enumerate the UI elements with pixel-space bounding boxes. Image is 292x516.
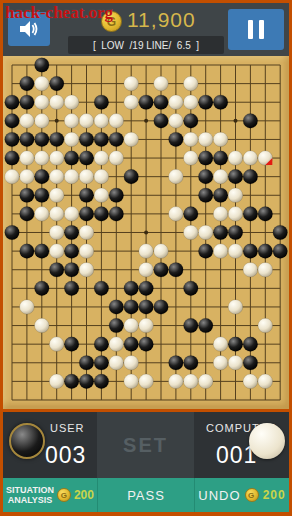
black-stone xyxy=(79,132,94,147)
star-point xyxy=(144,119,148,123)
white-stone xyxy=(154,76,169,91)
white-stone xyxy=(49,188,64,203)
undo-cost: 200 xyxy=(263,488,286,502)
black-stone xyxy=(5,95,20,110)
white-stone xyxy=(64,95,79,110)
pause-icon xyxy=(248,20,264,39)
white-stone xyxy=(94,114,109,129)
black-stone xyxy=(124,169,139,184)
black-stone xyxy=(139,337,154,352)
black-stone xyxy=(124,281,139,296)
white-stone xyxy=(79,244,94,259)
white-stone xyxy=(154,244,169,259)
white-stone-icon xyxy=(249,423,285,459)
go-board-grid[interactable] xyxy=(3,56,289,409)
go-board[interactable] xyxy=(3,56,289,409)
pause-button[interactable] xyxy=(228,9,284,50)
black-stone xyxy=(94,281,109,296)
black-stone xyxy=(35,244,50,259)
black-stone xyxy=(64,337,79,352)
coin-balance: 11,900 xyxy=(127,8,196,32)
black-stone xyxy=(273,225,288,240)
black-stone xyxy=(109,318,124,333)
black-stone xyxy=(184,207,199,222)
white-stone xyxy=(64,169,79,184)
black-stone xyxy=(243,207,258,222)
white-stone xyxy=(124,355,139,370)
black-stone xyxy=(79,374,94,389)
black-stone xyxy=(213,95,228,110)
white-stone xyxy=(124,132,139,147)
white-stone xyxy=(228,151,243,166)
black-stone xyxy=(20,95,35,110)
go-game-app: hack-cheat.org G 11,900 [ LOW /19 LINE/ … xyxy=(0,0,292,516)
black-stone xyxy=(49,76,64,91)
white-stone xyxy=(198,132,213,147)
white-stone xyxy=(109,337,124,352)
black-stone xyxy=(35,188,50,203)
black-stone xyxy=(154,262,169,277)
black-stone xyxy=(94,355,109,370)
black-stone xyxy=(5,151,20,166)
situation-analysis-label: SITUATION ANALYSIS xyxy=(6,485,54,505)
white-stone xyxy=(258,318,273,333)
white-stone xyxy=(213,169,228,184)
white-stone xyxy=(79,169,94,184)
black-stone xyxy=(64,244,79,259)
black-stone xyxy=(243,355,258,370)
game-settings-label: [ LOW /19 LINE/ 6.5 ] xyxy=(68,36,224,54)
white-stone xyxy=(20,300,35,315)
white-stone xyxy=(49,151,64,166)
black-stone xyxy=(169,355,184,370)
star-point xyxy=(144,230,148,234)
black-stone xyxy=(64,281,79,296)
black-stone xyxy=(243,169,258,184)
white-stone xyxy=(228,207,243,222)
white-stone xyxy=(49,337,64,352)
white-stone xyxy=(184,76,199,91)
user-score-section: USER 003 xyxy=(3,412,97,478)
white-stone xyxy=(35,151,50,166)
black-stone xyxy=(35,132,50,147)
user-label: USER xyxy=(50,422,85,434)
white-stone xyxy=(20,169,35,184)
white-stone xyxy=(35,95,50,110)
black-stone xyxy=(64,374,79,389)
white-stone xyxy=(139,262,154,277)
white-stone xyxy=(213,207,228,222)
white-stone xyxy=(124,318,139,333)
black-stone xyxy=(228,225,243,240)
black-stone xyxy=(169,262,184,277)
white-stone xyxy=(124,76,139,91)
black-stone xyxy=(198,151,213,166)
black-stone xyxy=(154,114,169,129)
black-stone xyxy=(243,337,258,352)
situation-analysis-cost: 200 xyxy=(74,488,94,502)
black-stone xyxy=(64,225,79,240)
undo-button[interactable]: UNDO G 200 xyxy=(194,478,289,512)
white-stone xyxy=(94,151,109,166)
black-stone xyxy=(258,207,273,222)
white-stone xyxy=(258,374,273,389)
black-stone xyxy=(198,169,213,184)
black-stone xyxy=(184,318,199,333)
black-stone xyxy=(184,355,199,370)
white-stone xyxy=(169,169,184,184)
white-stone xyxy=(35,207,50,222)
black-stone xyxy=(198,244,213,259)
white-stone xyxy=(169,114,184,129)
white-stone xyxy=(64,114,79,129)
white-stone xyxy=(213,132,228,147)
situation-analysis-button[interactable]: SITUATION ANALYSIS G 200 xyxy=(3,478,97,512)
black-stone xyxy=(184,281,199,296)
black-stone xyxy=(49,132,64,147)
white-stone xyxy=(243,151,258,166)
black-stone xyxy=(228,337,243,352)
black-stone xyxy=(124,337,139,352)
black-stone xyxy=(139,300,154,315)
black-stone xyxy=(94,374,109,389)
white-stone xyxy=(169,207,184,222)
white-stone xyxy=(228,244,243,259)
black-stone xyxy=(35,281,50,296)
white-stone xyxy=(20,114,35,129)
black-stone xyxy=(243,244,258,259)
white-stone xyxy=(198,225,213,240)
coin-icon: G xyxy=(245,488,259,502)
black-stone xyxy=(198,95,213,110)
black-stone xyxy=(169,132,184,147)
white-stone xyxy=(213,337,228,352)
black-stone xyxy=(5,225,20,240)
white-stone xyxy=(64,132,79,147)
black-stone xyxy=(79,188,94,203)
black-stone xyxy=(94,207,109,222)
black-stone xyxy=(64,151,79,166)
white-stone xyxy=(258,262,273,277)
black-stone xyxy=(213,188,228,203)
white-stone xyxy=(49,95,64,110)
black-stone xyxy=(109,207,124,222)
white-stone xyxy=(243,374,258,389)
black-stone xyxy=(154,300,169,315)
black-stone xyxy=(49,262,64,277)
black-stone xyxy=(20,76,35,91)
black-stone xyxy=(64,262,79,277)
black-stone xyxy=(109,300,124,315)
white-stone xyxy=(109,114,124,129)
watermark-text: hack-cheat.org xyxy=(5,3,113,23)
star-point xyxy=(55,119,59,123)
black-stone xyxy=(258,244,273,259)
white-stone xyxy=(139,244,154,259)
pass-label: PASS xyxy=(127,488,165,503)
black-stone xyxy=(198,188,213,203)
white-stone xyxy=(139,318,154,333)
white-stone xyxy=(20,151,35,166)
black-stone xyxy=(109,132,124,147)
black-stone xyxy=(5,114,20,129)
black-stone xyxy=(154,95,169,110)
black-stone xyxy=(139,95,154,110)
black-stone xyxy=(273,244,288,259)
black-stone xyxy=(79,151,94,166)
white-stone xyxy=(213,355,228,370)
white-stone xyxy=(184,225,199,240)
white-stone xyxy=(94,169,109,184)
white-stone xyxy=(184,151,199,166)
black-stone xyxy=(198,318,213,333)
black-stone xyxy=(20,244,35,259)
white-stone xyxy=(79,225,94,240)
black-stone xyxy=(79,355,94,370)
user-capture-count: 003 xyxy=(45,442,86,469)
white-stone xyxy=(228,355,243,370)
black-stone xyxy=(20,207,35,222)
black-stone xyxy=(109,188,124,203)
white-stone xyxy=(124,374,139,389)
black-stone xyxy=(213,225,228,240)
white-stone xyxy=(5,169,20,184)
computer-score-section: COMPUTER 001 xyxy=(194,412,289,478)
white-stone xyxy=(228,300,243,315)
black-stone xyxy=(94,95,109,110)
black-stone xyxy=(228,169,243,184)
white-stone xyxy=(49,374,64,389)
pass-button[interactable]: PASS xyxy=(97,478,194,512)
black-stone xyxy=(139,281,154,296)
white-stone xyxy=(109,151,124,166)
white-stone xyxy=(184,132,199,147)
black-stone xyxy=(213,151,228,166)
black-stone-icon xyxy=(9,423,45,459)
black-stone xyxy=(243,114,258,129)
white-stone xyxy=(79,262,94,277)
star-point xyxy=(234,119,238,123)
white-stone xyxy=(243,262,258,277)
score-panel: USER 003 SET COMPUTER 001 xyxy=(3,412,289,478)
black-stone xyxy=(35,169,50,184)
white-stone xyxy=(79,114,94,129)
black-stone xyxy=(124,300,139,315)
white-stone xyxy=(184,374,199,389)
white-stone xyxy=(184,95,199,110)
black-stone xyxy=(94,337,109,352)
white-stone xyxy=(49,169,64,184)
black-stone xyxy=(79,207,94,222)
white-stone xyxy=(94,188,109,203)
set-label: SET xyxy=(123,434,168,457)
white-stone xyxy=(35,76,50,91)
white-stone xyxy=(64,207,79,222)
white-stone xyxy=(49,207,64,222)
set-button[interactable]: SET xyxy=(97,412,194,478)
white-stone xyxy=(213,244,228,259)
white-stone xyxy=(124,95,139,110)
black-stone xyxy=(184,114,199,129)
undo-label: UNDO xyxy=(198,488,240,503)
white-stone xyxy=(49,244,64,259)
white-stone xyxy=(169,95,184,110)
white-stone xyxy=(49,225,64,240)
white-stone xyxy=(228,188,243,203)
white-stone xyxy=(35,114,50,129)
action-bar: SITUATION ANALYSIS G 200 PASS UNDO G 200 xyxy=(3,478,289,512)
black-stone xyxy=(20,188,35,203)
white-stone xyxy=(35,318,50,333)
coin-icon: G xyxy=(57,488,71,502)
black-stone xyxy=(20,132,35,147)
white-stone xyxy=(139,374,154,389)
white-stone xyxy=(198,374,213,389)
black-stone xyxy=(5,132,20,147)
white-stone xyxy=(169,374,184,389)
black-stone xyxy=(35,58,50,73)
white-stone xyxy=(109,355,124,370)
black-stone xyxy=(94,132,109,147)
